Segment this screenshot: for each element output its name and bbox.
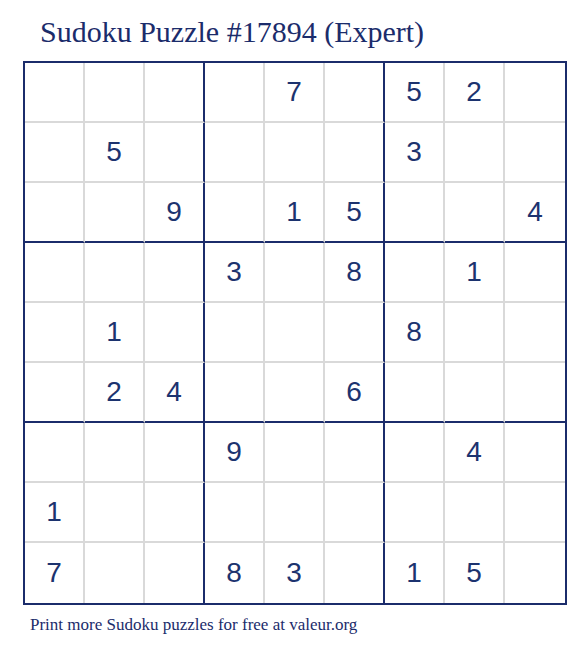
sudoku-cell-r5c7: 8 — [385, 303, 445, 363]
sudoku-cell-r5c5[interactable] — [265, 303, 325, 363]
sudoku-cell-r6c4[interactable] — [205, 363, 265, 423]
sudoku-cell-r1c1[interactable] — [25, 63, 85, 123]
sudoku-cell-r4c4: 3 — [205, 243, 265, 303]
sudoku-cell-r4c2[interactable] — [85, 243, 145, 303]
sudoku-cell-r7c2[interactable] — [85, 423, 145, 483]
sudoku-cell-r4c1[interactable] — [25, 243, 85, 303]
sudoku-cell-r9c6[interactable] — [325, 543, 385, 603]
sudoku-cell-r4c7[interactable] — [385, 243, 445, 303]
sudoku-cell-r4c8: 1 — [445, 243, 505, 303]
sudoku-cell-r1c6[interactable] — [325, 63, 385, 123]
sudoku-cell-r9c3[interactable] — [145, 543, 205, 603]
sudoku-cell-r2c4[interactable] — [205, 123, 265, 183]
sudoku-cell-r2c8[interactable] — [445, 123, 505, 183]
sudoku-cell-r6c5[interactable] — [265, 363, 325, 423]
sudoku-cell-r9c8: 5 — [445, 543, 505, 603]
sudoku-cell-r2c9[interactable] — [505, 123, 565, 183]
sudoku-cell-r6c3: 4 — [145, 363, 205, 423]
sudoku-cell-r2c3[interactable] — [145, 123, 205, 183]
sudoku-cell-r9c2[interactable] — [85, 543, 145, 603]
sudoku-cell-r5c6[interactable] — [325, 303, 385, 363]
sudoku-cell-r6c2: 2 — [85, 363, 145, 423]
sudoku-cell-r7c8: 4 — [445, 423, 505, 483]
sudoku-cell-r6c6: 6 — [325, 363, 385, 423]
sudoku-cell-r2c2: 5 — [85, 123, 145, 183]
sudoku-cell-r6c8[interactable] — [445, 363, 505, 423]
sudoku-cell-r7c6[interactable] — [325, 423, 385, 483]
sudoku-cell-r8c5[interactable] — [265, 483, 325, 543]
sudoku-cell-r1c3[interactable] — [145, 63, 205, 123]
sudoku-cell-r6c1[interactable] — [25, 363, 85, 423]
sudoku-cell-r6c9[interactable] — [505, 363, 565, 423]
sudoku-cell-r1c9[interactable] — [505, 63, 565, 123]
sudoku-cell-r2c7: 3 — [385, 123, 445, 183]
sudoku-cell-r8c9[interactable] — [505, 483, 565, 543]
sudoku-cell-r2c6[interactable] — [325, 123, 385, 183]
footer-note: Print more Sudoku puzzles for free at va… — [30, 614, 357, 636]
sudoku-cell-r5c8[interactable] — [445, 303, 505, 363]
sudoku-cell-r1c4[interactable] — [205, 63, 265, 123]
sudoku-cell-r8c6[interactable] — [325, 483, 385, 543]
sudoku-cell-r3c4[interactable] — [205, 183, 265, 243]
sudoku-cell-r3c3: 9 — [145, 183, 205, 243]
sudoku-cell-r1c2[interactable] — [85, 63, 145, 123]
sudoku-cell-r3c6: 5 — [325, 183, 385, 243]
sudoku-cell-r7c5[interactable] — [265, 423, 325, 483]
sudoku-cell-r8c8[interactable] — [445, 483, 505, 543]
sudoku-cell-r9c9[interactable] — [505, 543, 565, 603]
sudoku-cell-r3c2[interactable] — [85, 183, 145, 243]
sudoku-cell-r8c4[interactable] — [205, 483, 265, 543]
sudoku-cell-r7c4: 9 — [205, 423, 265, 483]
sudoku-cell-r3c8[interactable] — [445, 183, 505, 243]
sudoku-cell-r6c7[interactable] — [385, 363, 445, 423]
sudoku-grid: 7525391543811824694178315 — [23, 61, 567, 605]
sudoku-cell-r8c1: 1 — [25, 483, 85, 543]
sudoku-cell-r9c7: 1 — [385, 543, 445, 603]
sudoku-page: Sudoku Puzzle #17894 (Expert) 7525391543… — [0, 0, 580, 651]
sudoku-cell-r7c7[interactable] — [385, 423, 445, 483]
sudoku-cell-r5c1[interactable] — [25, 303, 85, 363]
sudoku-cell-r2c5[interactable] — [265, 123, 325, 183]
sudoku-cell-r7c3[interactable] — [145, 423, 205, 483]
sudoku-cell-r3c9: 4 — [505, 183, 565, 243]
sudoku-cell-r1c5: 7 — [265, 63, 325, 123]
sudoku-cell-r1c8: 2 — [445, 63, 505, 123]
sudoku-cell-r5c9[interactable] — [505, 303, 565, 363]
sudoku-cell-r4c6: 8 — [325, 243, 385, 303]
sudoku-cell-r3c7[interactable] — [385, 183, 445, 243]
sudoku-cell-r3c5: 1 — [265, 183, 325, 243]
sudoku-cell-r7c9[interactable] — [505, 423, 565, 483]
sudoku-cell-r3c1[interactable] — [25, 183, 85, 243]
sudoku-cell-r5c3[interactable] — [145, 303, 205, 363]
sudoku-cell-r5c2: 1 — [85, 303, 145, 363]
sudoku-cell-r4c3[interactable] — [145, 243, 205, 303]
sudoku-cell-r8c2[interactable] — [85, 483, 145, 543]
sudoku-cell-r4c9[interactable] — [505, 243, 565, 303]
sudoku-cell-r9c1: 7 — [25, 543, 85, 603]
sudoku-cell-r4c5[interactable] — [265, 243, 325, 303]
sudoku-cell-r5c4[interactable] — [205, 303, 265, 363]
sudoku-cell-r9c4: 8 — [205, 543, 265, 603]
sudoku-cell-r2c1[interactable] — [25, 123, 85, 183]
sudoku-cell-r1c7: 5 — [385, 63, 445, 123]
sudoku-cell-r8c7[interactable] — [385, 483, 445, 543]
sudoku-cell-r7c1[interactable] — [25, 423, 85, 483]
sudoku-cell-r8c3[interactable] — [145, 483, 205, 543]
sudoku-cell-r9c5: 3 — [265, 543, 325, 603]
page-title: Sudoku Puzzle #17894 (Expert) — [40, 14, 424, 50]
